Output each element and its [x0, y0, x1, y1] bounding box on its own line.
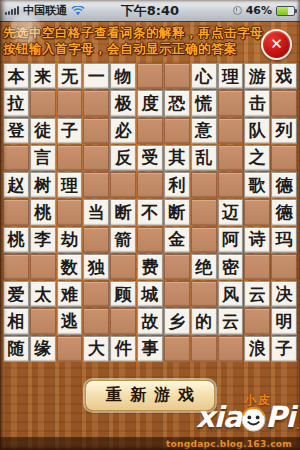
grid-cell[interactable]: [218, 172, 244, 198]
grid-cell[interactable]: 逃: [57, 308, 83, 334]
grid-cell[interactable]: [271, 145, 297, 171]
grid-cell[interactable]: 之: [244, 145, 270, 171]
puzzle-grid: 本来无一物心理游戏拉极度恐慌击登徒子必意队列言反受其乱之赵树理利歌德桃当断不断迈…: [3, 63, 297, 362]
grid-cell[interactable]: 顾: [110, 281, 136, 307]
app-screen: 中国联通 下午8:40 46% 先选中空白格子查看词条的解释，再点击字母 按钮输…: [0, 0, 300, 450]
grid-cell[interactable]: [271, 254, 297, 280]
battery-icon: [276, 6, 295, 16]
grid-cell[interactable]: 绝: [191, 254, 217, 280]
grid-cell[interactable]: [83, 281, 109, 307]
grid-cell[interactable]: 密: [218, 254, 244, 280]
grid-cell[interactable]: [83, 90, 109, 116]
grid-cell[interactable]: [191, 336, 217, 362]
grid-cell[interactable]: 子: [57, 118, 83, 144]
grid-cell[interactable]: [30, 254, 56, 280]
grid-cell[interactable]: 断: [110, 199, 136, 225]
grid-cell[interactable]: 树: [30, 172, 56, 198]
grid-cell[interactable]: [244, 254, 270, 280]
grid-cell[interactable]: [164, 254, 190, 280]
grid-cell[interactable]: 玛: [271, 227, 297, 253]
grid-cell[interactable]: [218, 118, 244, 144]
grid-cell[interactable]: [110, 308, 136, 334]
grid-cell[interactable]: [218, 336, 244, 362]
grid-cell[interactable]: 击: [244, 90, 270, 116]
grid-cell[interactable]: [3, 254, 29, 280]
grid-cell[interactable]: 队: [244, 118, 270, 144]
grid-cell[interactable]: 费: [137, 254, 163, 280]
grid-cell[interactable]: 太: [30, 281, 56, 307]
grid-cell[interactable]: 登: [3, 118, 29, 144]
grid-cell[interactable]: 明: [271, 308, 297, 334]
grid-cell[interactable]: 徒: [30, 118, 56, 144]
grid-cell[interactable]: 桃: [3, 227, 29, 253]
grid-cell[interactable]: 极: [110, 90, 136, 116]
grid-cell[interactable]: 事: [137, 336, 163, 362]
grid-cell[interactable]: 子: [271, 336, 297, 362]
grid-cell[interactable]: [218, 90, 244, 116]
grid-cell[interactable]: [137, 172, 163, 198]
grid-cell[interactable]: 本: [3, 63, 29, 89]
grid-cell[interactable]: 件: [110, 336, 136, 362]
logo-text-right: Pi: [265, 400, 294, 434]
close-button[interactable]: ✕: [261, 29, 292, 60]
grid-cell[interactable]: 风: [218, 281, 244, 307]
logo-text-left: xia: [196, 400, 241, 434]
grid-cell[interactable]: 浪: [244, 336, 270, 362]
grid-cell[interactable]: [83, 118, 109, 144]
grid-cell[interactable]: 不: [137, 199, 163, 225]
grid-cell[interactable]: [83, 145, 109, 171]
grid-cell[interactable]: 心: [191, 63, 217, 89]
grid-cell[interactable]: 慌: [191, 90, 217, 116]
grid-cell[interactable]: [137, 63, 163, 89]
grid-cell[interactable]: 理: [218, 63, 244, 89]
grid-cell[interactable]: 劫: [57, 227, 83, 253]
logo-tld: .com: [295, 419, 300, 432]
grid-cell[interactable]: [137, 227, 163, 253]
grid-cell[interactable]: 故: [137, 308, 163, 334]
url-label: tongdapc.blog.163.com: [166, 439, 292, 449]
grid-cell[interactable]: 物: [110, 63, 136, 89]
grid-cell[interactable]: 缘: [30, 336, 56, 362]
grid-cell[interactable]: 利: [164, 172, 190, 198]
grid-cell[interactable]: [30, 308, 56, 334]
grid-cell[interactable]: 赵: [3, 172, 29, 198]
grid-cell[interactable]: [137, 118, 163, 144]
xiaopi-logo: xia Pi .com: [196, 400, 300, 434]
grid-cell[interactable]: [164, 118, 190, 144]
grid-cell[interactable]: 无: [57, 63, 83, 89]
grid-cell[interactable]: [110, 172, 136, 198]
clock-time-label: 下午8:40: [0, 2, 300, 20]
grid-cell[interactable]: [3, 145, 29, 171]
grid-cell[interactable]: 决: [271, 281, 297, 307]
grid-cell[interactable]: 其: [164, 145, 190, 171]
grid-cell[interactable]: 必: [110, 118, 136, 144]
grid-cell[interactable]: 度: [137, 90, 163, 116]
grid-cell[interactable]: [271, 90, 297, 116]
grid-cell[interactable]: 数: [57, 254, 83, 280]
grid-cell[interactable]: 的: [191, 308, 217, 334]
status-bar: 中国联通 下午8:40 46%: [0, 0, 300, 22]
smiley-face-icon: [241, 407, 266, 432]
grid-cell[interactable]: 诗: [244, 227, 270, 253]
grid-cell[interactable]: 列: [271, 118, 297, 144]
instruction-banner: 先选中空白格子查看词条的解释，再点击字母 按钮输入首字母，会自动显示正确的答案: [3, 25, 273, 57]
grid-cell[interactable]: 恐: [164, 90, 190, 116]
grid-cell[interactable]: 理: [57, 172, 83, 198]
grid-cell[interactable]: [164, 336, 190, 362]
grid-cell[interactable]: 金: [164, 227, 190, 253]
grid-cell[interactable]: [191, 281, 217, 307]
grid-cell[interactable]: 阿: [218, 227, 244, 253]
grid-cell[interactable]: [191, 172, 217, 198]
grid-cell[interactable]: [191, 199, 217, 225]
grid-cell[interactable]: [57, 90, 83, 116]
grid-cell[interactable]: 随: [3, 336, 29, 362]
grid-cell[interactable]: [83, 227, 109, 253]
alarm-clock-icon: [233, 6, 242, 15]
grid-cell[interactable]: [83, 172, 109, 198]
grid-cell[interactable]: [244, 199, 270, 225]
grid-cell[interactable]: [244, 308, 270, 334]
grid-cell[interactable]: 云: [244, 281, 270, 307]
instruction-line-1: 先选中空白格子查看词条的解释，再点击字母: [3, 25, 273, 41]
grid-cell[interactable]: 桃: [30, 199, 56, 225]
grid-cell[interactable]: [110, 254, 136, 280]
restart-label: 重新游戏: [106, 385, 202, 406]
grid-cell[interactable]: 迈: [218, 199, 244, 225]
grid-cell[interactable]: 乱: [191, 145, 217, 171]
grid-cell[interactable]: [30, 90, 56, 116]
grid-cell[interactable]: 城: [137, 281, 163, 307]
grid-cell[interactable]: 言: [30, 145, 56, 171]
grid-cell[interactable]: 戏: [271, 63, 297, 89]
grid-cell[interactable]: 相: [3, 308, 29, 334]
grid-cell[interactable]: 拉: [3, 90, 29, 116]
grid-cell[interactable]: 难: [57, 281, 83, 307]
url-bar: tongdapc.blog.163.com: [0, 437, 300, 450]
grid-cell[interactable]: 来: [30, 63, 56, 89]
grid-cell[interactable]: 受: [137, 145, 163, 171]
grid-cell[interactable]: 云: [218, 308, 244, 334]
grid-cell[interactable]: 德: [271, 199, 297, 225]
grid-cell[interactable]: 箭: [110, 227, 136, 253]
touch-indicator: [8, 12, 42, 46]
grid-cell[interactable]: 游: [244, 63, 270, 89]
grid-cell[interactable]: [57, 199, 83, 225]
grid-cell[interactable]: 大: [83, 336, 109, 362]
grid-cell[interactable]: [164, 63, 190, 89]
grid-cell[interactable]: 一: [83, 63, 109, 89]
grid-cell[interactable]: 歌: [244, 172, 270, 198]
grid-cell[interactable]: 断: [164, 199, 190, 225]
grid-cell[interactable]: 当: [83, 199, 109, 225]
grid-cell[interactable]: 意: [191, 118, 217, 144]
grid-cell[interactable]: [83, 308, 109, 334]
grid-cell[interactable]: [164, 281, 190, 307]
grid-cell[interactable]: [57, 336, 83, 362]
close-icon: ✕: [270, 37, 283, 52]
grid-cell[interactable]: 德: [271, 172, 297, 198]
grid-cell[interactable]: 爱: [3, 281, 29, 307]
grid-cell[interactable]: [218, 145, 244, 171]
grid-cell[interactable]: 乡: [164, 308, 190, 334]
grid-cell[interactable]: 李: [30, 227, 56, 253]
grid-cell[interactable]: [3, 199, 29, 225]
grid-cell[interactable]: [57, 145, 83, 171]
grid-cell[interactable]: 独: [83, 254, 109, 280]
grid-cell[interactable]: [191, 227, 217, 253]
instruction-line-2: 按钮输入首字母，会自动显示正确的答案: [3, 41, 273, 57]
grid-cell[interactable]: 反: [110, 145, 136, 171]
